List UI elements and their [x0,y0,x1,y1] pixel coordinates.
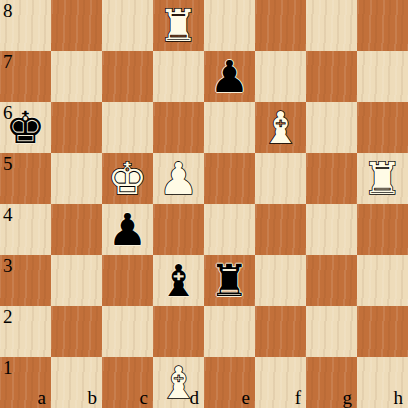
square-g7[interactable] [306,51,357,102]
square-d6[interactable] [153,102,204,153]
rank-label-4: 4 [3,204,13,226]
square-b1[interactable]: b [51,357,102,408]
square-g6[interactable] [306,102,357,153]
square-e5[interactable] [204,153,255,204]
square-d1[interactable]: d♝ [153,357,204,408]
file-label-a: a [38,388,46,408]
square-g2[interactable] [306,306,357,357]
square-h1[interactable]: h [357,357,408,408]
rank-label-6: 6 [3,102,13,124]
square-d8[interactable]: ♜ [153,0,204,51]
piece-black-bishop[interactable]: ♝ [153,255,204,306]
square-a3[interactable]: 3 [0,255,51,306]
rank-label-7: 7 [3,51,13,73]
square-d4[interactable] [153,204,204,255]
file-label-e: e [242,388,250,408]
square-f2[interactable] [255,306,306,357]
square-a4[interactable]: 4 [0,204,51,255]
square-g5[interactable] [306,153,357,204]
square-f3[interactable] [255,255,306,306]
rank-label-8: 8 [3,0,13,22]
file-label-h: h [394,388,404,408]
square-c4[interactable]: ♟ [102,204,153,255]
square-b7[interactable] [51,51,102,102]
square-a8[interactable]: 8 [0,0,51,51]
file-label-d: d [190,388,200,408]
square-a5[interactable]: 5 [0,153,51,204]
square-g1[interactable]: g [306,357,357,408]
square-a6[interactable]: 6♚ [0,102,51,153]
file-label-b: b [88,388,98,408]
square-b6[interactable] [51,102,102,153]
square-d3[interactable]: ♝ [153,255,204,306]
square-d5[interactable]: ♟ [153,153,204,204]
square-g3[interactable] [306,255,357,306]
square-f5[interactable] [255,153,306,204]
square-a1[interactable]: 1a [0,357,51,408]
square-h8[interactable] [357,0,408,51]
square-h3[interactable] [357,255,408,306]
square-f8[interactable] [255,0,306,51]
square-f4[interactable] [255,204,306,255]
square-a7[interactable]: 7 [0,51,51,102]
square-h4[interactable] [357,204,408,255]
square-e6[interactable] [204,102,255,153]
square-h5[interactable]: ♜ [357,153,408,204]
piece-white-rook[interactable]: ♜ [153,0,204,51]
square-c7[interactable] [102,51,153,102]
square-c5[interactable]: ♚ [102,153,153,204]
rank-label-5: 5 [3,153,13,175]
square-c2[interactable] [102,306,153,357]
square-f7[interactable] [255,51,306,102]
square-d7[interactable] [153,51,204,102]
square-b4[interactable] [51,204,102,255]
rank-label-2: 2 [3,306,13,328]
rank-label-1: 1 [3,357,13,379]
piece-white-rook[interactable]: ♜ [357,153,408,204]
piece-white-king[interactable]: ♚ [102,153,153,204]
file-label-g: g [343,388,353,408]
square-g8[interactable] [306,0,357,51]
square-b5[interactable] [51,153,102,204]
square-e2[interactable] [204,306,255,357]
piece-white-bishop[interactable]: ♝ [255,102,306,153]
square-b8[interactable] [51,0,102,51]
square-h7[interactable] [357,51,408,102]
rank-label-3: 3 [3,255,13,277]
square-c3[interactable] [102,255,153,306]
piece-black-pawn[interactable]: ♟ [102,204,153,255]
square-c8[interactable] [102,0,153,51]
square-g4[interactable] [306,204,357,255]
square-b3[interactable] [51,255,102,306]
square-h2[interactable] [357,306,408,357]
square-e3[interactable]: ♜ [204,255,255,306]
square-f1[interactable]: f [255,357,306,408]
square-e1[interactable]: e [204,357,255,408]
square-f6[interactable]: ♝ [255,102,306,153]
piece-white-pawn[interactable]: ♟ [153,153,204,204]
square-e8[interactable] [204,0,255,51]
chess-board: 8♜7♟6♚♝5♚♟♜4♟3♝♜21abcd♝efgh [0,0,408,408]
square-a2[interactable]: 2 [0,306,51,357]
square-e7[interactable]: ♟ [204,51,255,102]
piece-black-pawn[interactable]: ♟ [204,51,255,102]
square-b2[interactable] [51,306,102,357]
square-d2[interactable] [153,306,204,357]
piece-black-rook[interactable]: ♜ [204,255,255,306]
square-h6[interactable] [357,102,408,153]
file-label-f: f [295,388,301,408]
square-c1[interactable]: c [102,357,153,408]
square-c6[interactable] [102,102,153,153]
file-label-c: c [140,388,148,408]
square-e4[interactable] [204,204,255,255]
